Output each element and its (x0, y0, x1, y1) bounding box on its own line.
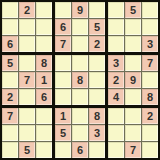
sudoku-cell-r6c3[interactable]: 6 (36, 89, 52, 105)
sudoku-cell-r1c7[interactable] (108, 2, 124, 18)
sudoku-cell-r1c9[interactable] (142, 2, 158, 18)
sudoku-cell-r5c6[interactable] (89, 72, 105, 88)
sudoku-cell-r5c1[interactable] (2, 72, 18, 88)
sudoku-cell-r2c9[interactable] (142, 19, 158, 35)
sudoku-cell-r6c2[interactable] (19, 89, 35, 105)
sudoku-box-2: 96572 (55, 2, 105, 52)
sudoku-cell-r6c7[interactable]: 4 (108, 89, 124, 105)
sudoku-cell-r7c6[interactable]: 8 (89, 108, 105, 124)
sudoku-cell-r3c1[interactable]: 6 (2, 36, 18, 52)
sudoku-box-6: 372948 (108, 55, 158, 105)
sudoku-cell-r2c3[interactable] (36, 19, 52, 35)
sudoku-box-3: 53 (108, 2, 158, 52)
sudoku-cell-r6c9[interactable]: 8 (142, 89, 158, 105)
sudoku-cell-r2c6[interactable]: 5 (89, 19, 105, 35)
sudoku-cell-r7c1[interactable]: 7 (2, 108, 18, 124)
sudoku-cell-r1c4[interactable] (55, 2, 71, 18)
sudoku-cell-r5c9[interactable] (142, 72, 158, 88)
sudoku-cell-r2c1[interactable] (2, 19, 18, 35)
sudoku-cell-r8c1[interactable] (2, 125, 18, 141)
sudoku-cell-r8c7[interactable] (108, 125, 124, 141)
sudoku-cell-r3c9[interactable]: 3 (142, 36, 158, 52)
sudoku-cell-r1c2[interactable]: 2 (19, 2, 35, 18)
sudoku-cell-r8c2[interactable] (19, 125, 35, 141)
sudoku-cell-r6c8[interactable] (125, 89, 141, 105)
sudoku-box-4: 587126 (2, 55, 52, 105)
sudoku-cell-r9c9[interactable] (142, 142, 158, 158)
sudoku-box-9: 27 (108, 108, 158, 158)
sudoku-cell-r8c5[interactable] (72, 125, 88, 141)
sudoku-cell-r9c3[interactable] (36, 142, 52, 158)
sudoku-cell-r9c5[interactable]: 6 (72, 142, 88, 158)
sudoku-cell-r6c5[interactable] (72, 89, 88, 105)
sudoku-cell-r1c3[interactable] (36, 2, 52, 18)
sudoku-cell-r1c1[interactable] (2, 2, 18, 18)
sudoku-box-5: 8 (55, 55, 105, 105)
sudoku-cell-r4c1[interactable]: 5 (2, 55, 18, 71)
sudoku-cell-r4c7[interactable]: 3 (108, 55, 124, 71)
sudoku-cell-r8c9[interactable] (142, 125, 158, 141)
sudoku-cell-r2c7[interactable] (108, 19, 124, 35)
sudoku-cell-r5c3[interactable]: 1 (36, 72, 52, 88)
sudoku-cell-r8c3[interactable] (36, 125, 52, 141)
sudoku-cell-r4c2[interactable] (19, 55, 35, 71)
sudoku-cell-r9c4[interactable] (55, 142, 71, 158)
sudoku-box-7: 75 (2, 108, 52, 158)
sudoku-cell-r7c2[interactable] (19, 108, 35, 124)
sudoku-box-8: 18536 (55, 108, 105, 158)
sudoku-cell-r7c9[interactable]: 2 (142, 108, 158, 124)
sudoku-cell-r3c4[interactable]: 7 (55, 36, 71, 52)
sudoku-cell-r4c6[interactable] (89, 55, 105, 71)
sudoku-cell-r1c5[interactable]: 9 (72, 2, 88, 18)
sudoku-box-1: 26 (2, 2, 52, 52)
sudoku-cell-r4c8[interactable] (125, 55, 141, 71)
sudoku-cell-r5c8[interactable]: 9 (125, 72, 141, 88)
sudoku-cell-r8c8[interactable] (125, 125, 141, 141)
sudoku-cell-r4c5[interactable] (72, 55, 88, 71)
sudoku-cell-r4c4[interactable] (55, 55, 71, 71)
sudoku-cell-r1c8[interactable]: 5 (125, 2, 141, 18)
sudoku-cell-r6c6[interactable] (89, 89, 105, 105)
sudoku-cell-r6c4[interactable] (55, 89, 71, 105)
sudoku-cell-r1c6[interactable] (89, 2, 105, 18)
sudoku-cell-r3c2[interactable] (19, 36, 35, 52)
sudoku-cell-r4c9[interactable]: 7 (142, 55, 158, 71)
sudoku-cell-r2c8[interactable] (125, 19, 141, 35)
sudoku-cell-r2c5[interactable] (72, 19, 88, 35)
sudoku-cell-r8c4[interactable]: 5 (55, 125, 71, 141)
sudoku-cell-r7c3[interactable] (36, 108, 52, 124)
sudoku-cell-r9c1[interactable] (2, 142, 18, 158)
sudoku-cell-r3c6[interactable]: 2 (89, 36, 105, 52)
sudoku-cell-r5c5[interactable]: 8 (72, 72, 88, 88)
sudoku-cell-r9c8[interactable]: 7 (125, 142, 141, 158)
sudoku-cell-r7c5[interactable] (72, 108, 88, 124)
sudoku-cell-r9c2[interactable]: 5 (19, 142, 35, 158)
sudoku-cell-r5c2[interactable]: 7 (19, 72, 35, 88)
sudoku-cell-r3c7[interactable] (108, 36, 124, 52)
sudoku-cell-r9c6[interactable] (89, 142, 105, 158)
sudoku-cell-r7c7[interactable] (108, 108, 124, 124)
sudoku-cell-r8c6[interactable]: 3 (89, 125, 105, 141)
sudoku-cell-r2c2[interactable] (19, 19, 35, 35)
sudoku-cell-r3c3[interactable] (36, 36, 52, 52)
sudoku-cell-r9c7[interactable] (108, 142, 124, 158)
sudoku-cell-r6c1[interactable]: 2 (2, 89, 18, 105)
sudoku-cell-r7c8[interactable] (125, 108, 141, 124)
sudoku-cell-r2c4[interactable]: 6 (55, 19, 71, 35)
sudoku-cell-r3c8[interactable] (125, 36, 141, 52)
sudoku-cell-r7c4[interactable]: 1 (55, 108, 71, 124)
sudoku-cell-r4c3[interactable]: 8 (36, 55, 52, 71)
sudoku-cell-r5c7[interactable]: 2 (108, 72, 124, 88)
sudoku-cell-r5c4[interactable] (55, 72, 71, 88)
sudoku-board: 2696572535871268372948751853627 (0, 0, 160, 160)
sudoku-cell-r3c5[interactable] (72, 36, 88, 52)
